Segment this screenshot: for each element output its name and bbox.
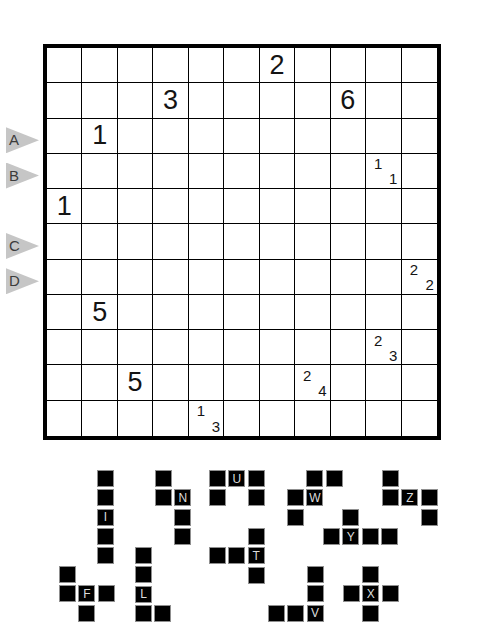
grid-cell-r11c3[interactable] <box>118 401 153 436</box>
pentomino-w-cell <box>306 470 323 487</box>
pentomino-z-cell <box>382 470 399 487</box>
grid-cell-r3c10[interactable] <box>366 119 401 154</box>
grid-cell-r8c7[interactable] <box>260 295 295 330</box>
grid-cell-r7c5[interactable] <box>189 260 224 295</box>
grid-cell-r10c5[interactable] <box>189 365 224 400</box>
grid-cell-r4c10[interactable]: 11 <box>366 154 401 189</box>
grid-cell-r4c6[interactable] <box>224 154 259 189</box>
grid-cell-r2c1[interactable] <box>47 83 82 118</box>
pentomino-v-cell <box>307 585 324 602</box>
grid-cell-r11c2[interactable] <box>82 401 117 436</box>
pentomino-l-cell <box>135 566 152 583</box>
clue-number-first: 2 <box>303 368 311 383</box>
grid-cell-r3c4[interactable] <box>153 119 188 154</box>
pentomino-z-cell: Z <box>401 489 418 506</box>
grid-cell-r1c2[interactable] <box>82 48 117 83</box>
grid-cell-r5c2[interactable] <box>82 189 117 224</box>
grid-cell-r1c7[interactable]: 2 <box>260 48 295 83</box>
grid-cell-r5c6[interactable] <box>224 189 259 224</box>
pentomino-t-label: T <box>252 550 259 562</box>
grid-cell-r7c10[interactable] <box>366 260 401 295</box>
pentomino-z-cell <box>421 489 438 506</box>
grid-cell-r6c4[interactable] <box>153 224 188 259</box>
grid-cell-r9c1[interactable] <box>47 330 82 365</box>
grid-cell-r10c1[interactable] <box>47 365 82 400</box>
pentomino-i-cell <box>97 528 114 545</box>
grid-cell-r3c5[interactable] <box>189 119 224 154</box>
grid-cell-r7c3[interactable] <box>118 260 153 295</box>
grid-cell-r1c3[interactable] <box>118 48 153 83</box>
grid-cell-r7c4[interactable] <box>153 260 188 295</box>
grid-cell-r6c1[interactable] <box>47 224 82 259</box>
grid-cell-r4c1[interactable] <box>47 154 82 189</box>
grid-cell-r7c2[interactable] <box>82 260 117 295</box>
grid-cell-r3c1[interactable] <box>47 119 82 154</box>
grid-cell-r1c10[interactable] <box>366 48 401 83</box>
grid-cell-r4c2[interactable] <box>82 154 117 189</box>
grid-cell-r10c3[interactable]: 5 <box>118 365 153 400</box>
clue-number: 5 <box>82 295 116 329</box>
clue-number-first: 1 <box>197 403 205 418</box>
grid-cell-r1c5[interactable] <box>189 48 224 83</box>
grid-cell-r9c7[interactable] <box>260 330 295 365</box>
grid-cell-r8c4[interactable] <box>153 295 188 330</box>
grid-cell-r5c4[interactable] <box>153 189 188 224</box>
pentomino-w-label: W <box>309 492 320 504</box>
pentomino-i-cell <box>97 489 114 506</box>
grid-cell-r10c6[interactable] <box>224 365 259 400</box>
grid-cell-r2c3[interactable] <box>118 83 153 118</box>
grid-cell-r7c9[interactable] <box>331 260 366 295</box>
pentomino-v-cell <box>287 605 304 622</box>
pentomino-x-cell <box>343 585 360 602</box>
grid-cell-r4c8[interactable] <box>295 154 330 189</box>
grid-cell-r11c8[interactable] <box>295 401 330 436</box>
grid-cell-r8c6[interactable] <box>224 295 259 330</box>
clue-number: 3 <box>153 83 187 117</box>
answer-row-label: B <box>9 168 19 183</box>
answer-row-marker-c: C <box>0 233 44 259</box>
clue-number-second: 1 <box>389 171 397 186</box>
pentomino-v-cell <box>307 566 324 583</box>
grid-cell-r9c6[interactable] <box>224 330 259 365</box>
grid-cell-r1c11[interactable] <box>402 48 437 83</box>
grid-cell-r5c8[interactable] <box>295 189 330 224</box>
pentomino-y-cell <box>323 528 340 545</box>
pentomino-x-label: X <box>367 588 375 600</box>
grid-cell-r10c2[interactable] <box>82 365 117 400</box>
grid-cell-r3c11[interactable] <box>402 119 437 154</box>
grid-cell-r6c5[interactable] <box>189 224 224 259</box>
grid-cell-r1c6[interactable] <box>224 48 259 83</box>
grid-cell-r2c7[interactable] <box>260 83 295 118</box>
grid-cell-r2c8[interactable] <box>295 83 330 118</box>
grid-cell-r2c2[interactable] <box>82 83 117 118</box>
grid-cell-r3c3[interactable] <box>118 119 153 154</box>
grid-cell-r8c2[interactable]: 5 <box>82 295 117 330</box>
pentomino-t-cell <box>228 547 245 564</box>
grid-cell-r7c6[interactable] <box>224 260 259 295</box>
grid-cell-r11c1[interactable] <box>47 401 82 436</box>
grid-cell-r1c8[interactable] <box>295 48 330 83</box>
pentomino-u-cell <box>209 470 226 487</box>
grid-cell-r4c11[interactable] <box>402 154 437 189</box>
clue-number: 2 <box>260 48 294 82</box>
pentomino-z-cell <box>382 489 399 506</box>
answer-row-label: C <box>9 238 20 253</box>
grid-cell-r1c4[interactable] <box>153 48 188 83</box>
pentomino-x-cell: X <box>362 585 379 602</box>
clue-number: 5 <box>118 365 152 399</box>
grid-cell-r5c1[interactable]: 1 <box>47 189 82 224</box>
grid-cell-r3c9[interactable] <box>331 119 366 154</box>
grid-cell-r11c6[interactable] <box>224 401 259 436</box>
grid-cell-r6c8[interactable] <box>295 224 330 259</box>
grid-cell-r7c7[interactable] <box>260 260 295 295</box>
grid-cell-r5c3[interactable] <box>118 189 153 224</box>
pentomino-x-cell <box>382 585 399 602</box>
grid-cell-r9c10[interactable]: 23 <box>366 330 401 365</box>
pentomino-i-cell: I <box>97 509 114 526</box>
pentomino-f-cell: F <box>78 585 95 602</box>
pentomino-n-cell <box>174 528 191 545</box>
grid-cell-r10c4[interactable] <box>153 365 188 400</box>
clue-number-first: 2 <box>374 333 382 348</box>
grid-cell-r9c4[interactable] <box>153 330 188 365</box>
grid-cell-r2c5[interactable] <box>189 83 224 118</box>
grid-cell-r4c4[interactable] <box>153 154 188 189</box>
grid-cell-r4c5[interactable] <box>189 154 224 189</box>
pentomino-f-cell <box>78 605 95 622</box>
grid-cell-r7c11[interactable]: 22 <box>402 260 437 295</box>
pentomino-w-cell <box>287 489 304 506</box>
pentomino-u-cell <box>248 470 265 487</box>
grid-cell-r9c11[interactable] <box>402 330 437 365</box>
grid-cell-r2c6[interactable] <box>224 83 259 118</box>
grid-cell-r11c5[interactable]: 13 <box>189 401 224 436</box>
grid-cell-r8c5[interactable] <box>189 295 224 330</box>
pentomino-n-label: N <box>178 492 187 504</box>
grid-cell-r11c4[interactable] <box>153 401 188 436</box>
grid-cell-r6c10[interactable] <box>366 224 401 259</box>
pentomino-f-cell <box>98 585 115 602</box>
pentomino-n-cell: N <box>174 489 191 506</box>
grid-cell-r6c6[interactable] <box>224 224 259 259</box>
pentomino-l-cell: L <box>135 586 152 603</box>
grid-cell-r6c3[interactable] <box>118 224 153 259</box>
clue-number: 1 <box>47 189 81 223</box>
grid-cell-r6c2[interactable] <box>82 224 117 259</box>
answer-row-marker-d: D <box>0 268 44 294</box>
pentomino-t-cell <box>209 547 226 564</box>
pentomino-y-cell <box>381 528 398 545</box>
pentomino-t-cell <box>248 567 265 584</box>
grid-cell-r9c9[interactable] <box>331 330 366 365</box>
pentomino-n-cell <box>155 470 172 487</box>
pentomino-w-cell: W <box>306 489 323 506</box>
grid-cell-r4c7[interactable] <box>260 154 295 189</box>
grid-cell-r5c9[interactable] <box>331 189 366 224</box>
pentomino-x-cell <box>362 605 379 622</box>
grid-cell-r2c11[interactable] <box>402 83 437 118</box>
grid-cell-r11c9[interactable] <box>331 401 366 436</box>
grid-cell-r7c1[interactable] <box>47 260 82 295</box>
grid-cell-r10c11[interactable] <box>402 365 437 400</box>
grid-cell-r9c3[interactable] <box>118 330 153 365</box>
pentomino-u-label: U <box>232 473 241 485</box>
grid-cell-r4c9[interactable] <box>331 154 366 189</box>
clue-number: 1 <box>82 119 116 153</box>
grid-cell-r6c11[interactable] <box>402 224 437 259</box>
pentomino-v-cell: V <box>307 605 324 622</box>
grid-cell-r11c7[interactable] <box>260 401 295 436</box>
pentomino-i-cell <box>97 470 114 487</box>
grid-cell-r8c9[interactable] <box>331 295 366 330</box>
puzzle-screen: 23611112252352413 ABCD INUWZYTLFVX <box>0 0 483 640</box>
grid-cell-r1c9[interactable] <box>331 48 366 83</box>
pentomino-f-label: F <box>83 588 90 600</box>
grid-cell-r8c1[interactable] <box>47 295 82 330</box>
pentomino-i-cell <box>97 547 114 564</box>
clue-number-second: 3 <box>212 419 220 434</box>
pentomino-y-cell <box>342 509 359 526</box>
pentomino-l-label: L <box>140 588 147 600</box>
pentomino-w-cell <box>287 509 304 526</box>
grid-cell-r3c8[interactable] <box>295 119 330 154</box>
pentomino-l-cell <box>135 605 152 622</box>
grid-cell-r6c9[interactable] <box>331 224 366 259</box>
grid-cell-r7c8[interactable] <box>295 260 330 295</box>
pentomino-y-cell <box>362 528 379 545</box>
clue-number-second: 2 <box>425 277 433 292</box>
answer-row-marker-a: A <box>0 127 44 153</box>
grid-cell-r9c2[interactable] <box>82 330 117 365</box>
grid-cell-r6c7[interactable] <box>260 224 295 259</box>
answer-row-label: A <box>9 132 19 147</box>
grid-cell-r10c8[interactable]: 24 <box>295 365 330 400</box>
pentomino-i-label: I <box>104 511 107 523</box>
grid-cell-r5c11[interactable] <box>402 189 437 224</box>
clue-number-second: 3 <box>389 348 397 363</box>
clue-number-second: 4 <box>318 383 326 398</box>
pentomino-x-cell <box>362 566 379 583</box>
clue-number-first: 1 <box>374 156 382 171</box>
answer-row-marker-b: B <box>0 163 44 189</box>
pentomino-u-cell <box>248 489 265 506</box>
pentomino-y-cell: Y <box>342 528 359 545</box>
grid-cell-r2c9[interactable]: 6 <box>331 83 366 118</box>
puzzle-board: 23611112252352413 <box>43 44 441 440</box>
grid-cell-r8c11[interactable] <box>402 295 437 330</box>
clue-number: 6 <box>331 83 365 117</box>
pentomino-n-cell <box>174 509 191 526</box>
grid-cell-r3c7[interactable] <box>260 119 295 154</box>
pentomino-y-label: Y <box>347 531 355 543</box>
grid-cell-r3c6[interactable] <box>224 119 259 154</box>
pentomino-f-cell <box>59 585 76 602</box>
grid-cell-r5c7[interactable] <box>260 189 295 224</box>
grid-cell-r2c10[interactable] <box>366 83 401 118</box>
pentomino-z-label: Z <box>406 492 413 504</box>
clue-number-first: 2 <box>410 262 418 277</box>
pentomino-u-cell: U <box>228 470 245 487</box>
pentomino-n-cell <box>155 489 172 506</box>
grid-cell-r11c11[interactable] <box>402 401 437 436</box>
grid-cell-r9c8[interactable] <box>295 330 330 365</box>
grid-cell-r5c10[interactable] <box>366 189 401 224</box>
grid-cell-r3c2[interactable]: 1 <box>82 119 117 154</box>
pentomino-z-cell <box>421 509 438 526</box>
grid-cell-r10c10[interactable] <box>366 365 401 400</box>
grid-cell-r10c9[interactable] <box>331 365 366 400</box>
pentomino-u-cell <box>209 489 226 506</box>
grid-cell-r2c4[interactable]: 3 <box>153 83 188 118</box>
grid-cell-r1c1[interactable] <box>47 48 82 83</box>
answer-row-label: D <box>9 273 20 288</box>
pentomino-w-cell <box>326 470 343 487</box>
pentomino-l-cell <box>154 605 171 622</box>
pentomino-v-cell <box>268 605 285 622</box>
pentomino-f-cell <box>59 566 76 583</box>
grid-cell-r8c8[interactable] <box>295 295 330 330</box>
grid-cell-r8c10[interactable] <box>366 295 401 330</box>
pentomino-v-label: V <box>311 607 319 619</box>
pentomino-t-cell: T <box>248 547 265 564</box>
grid-cell-r11c10[interactable] <box>366 401 401 436</box>
pentomino-t-cell <box>248 528 265 545</box>
grid-cell-r9c5[interactable] <box>189 330 224 365</box>
grid-cell-r10c7[interactable] <box>260 365 295 400</box>
grid-cell-r5c5[interactable] <box>189 189 224 224</box>
grid-cell-r8c3[interactable] <box>118 295 153 330</box>
grid-cell-r4c3[interactable] <box>118 154 153 189</box>
pentomino-l-cell <box>135 547 152 564</box>
